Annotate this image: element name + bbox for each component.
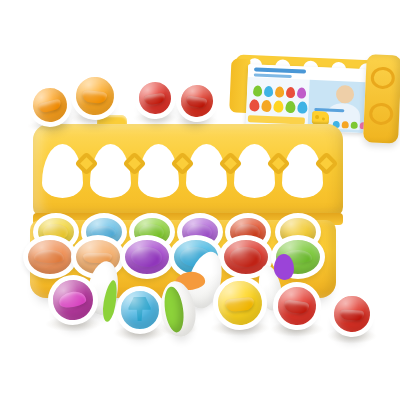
box-printed-sleeve [245, 64, 366, 133]
carton-cup-purple [120, 235, 174, 279]
box-photo-egg-row-1 [253, 85, 306, 98]
product-photo-scene [0, 0, 400, 400]
smile-shape [144, 93, 166, 105]
flower-shape [131, 247, 162, 267]
photo-egg-dot [275, 86, 284, 97]
child-head [336, 85, 355, 104]
box-photo-eggs-in-carton [245, 77, 309, 131]
carton-cup-orange [23, 235, 77, 279]
photo-egg-dot [285, 101, 296, 113]
smile-shape [339, 309, 363, 321]
photo-egg-dot [253, 85, 262, 96]
photo-egg-dot [273, 100, 284, 112]
photo-egg-dot [261, 100, 272, 112]
smile-shape [81, 90, 107, 104]
open-half [162, 286, 186, 334]
flower-shape [230, 247, 261, 267]
box-title-text [254, 67, 306, 73]
photo-egg-dot [286, 87, 295, 98]
blue-mushroom-egg [116, 286, 164, 334]
shape-icon-dot [351, 122, 358, 129]
box-end-cup-top [370, 66, 395, 89]
photo-egg-dot [297, 87, 306, 98]
box-carton-right-end [363, 54, 400, 143]
smile-shape [283, 300, 309, 315]
smile-shape [185, 95, 207, 108]
smile-shape [225, 296, 255, 312]
smile-shape [38, 98, 62, 113]
mushroom-shape [128, 297, 152, 321]
box-end-cup-bottom [369, 102, 394, 125]
photo-egg-dot [264, 86, 273, 97]
photo-egg-dot [249, 99, 260, 111]
blob-shape [57, 290, 86, 310]
shape-icon-dot [342, 121, 349, 128]
blob-shape [34, 250, 64, 263]
cheese-icon [312, 111, 330, 125]
photo-egg-dot [297, 101, 308, 113]
egg-fragment [274, 254, 294, 280]
